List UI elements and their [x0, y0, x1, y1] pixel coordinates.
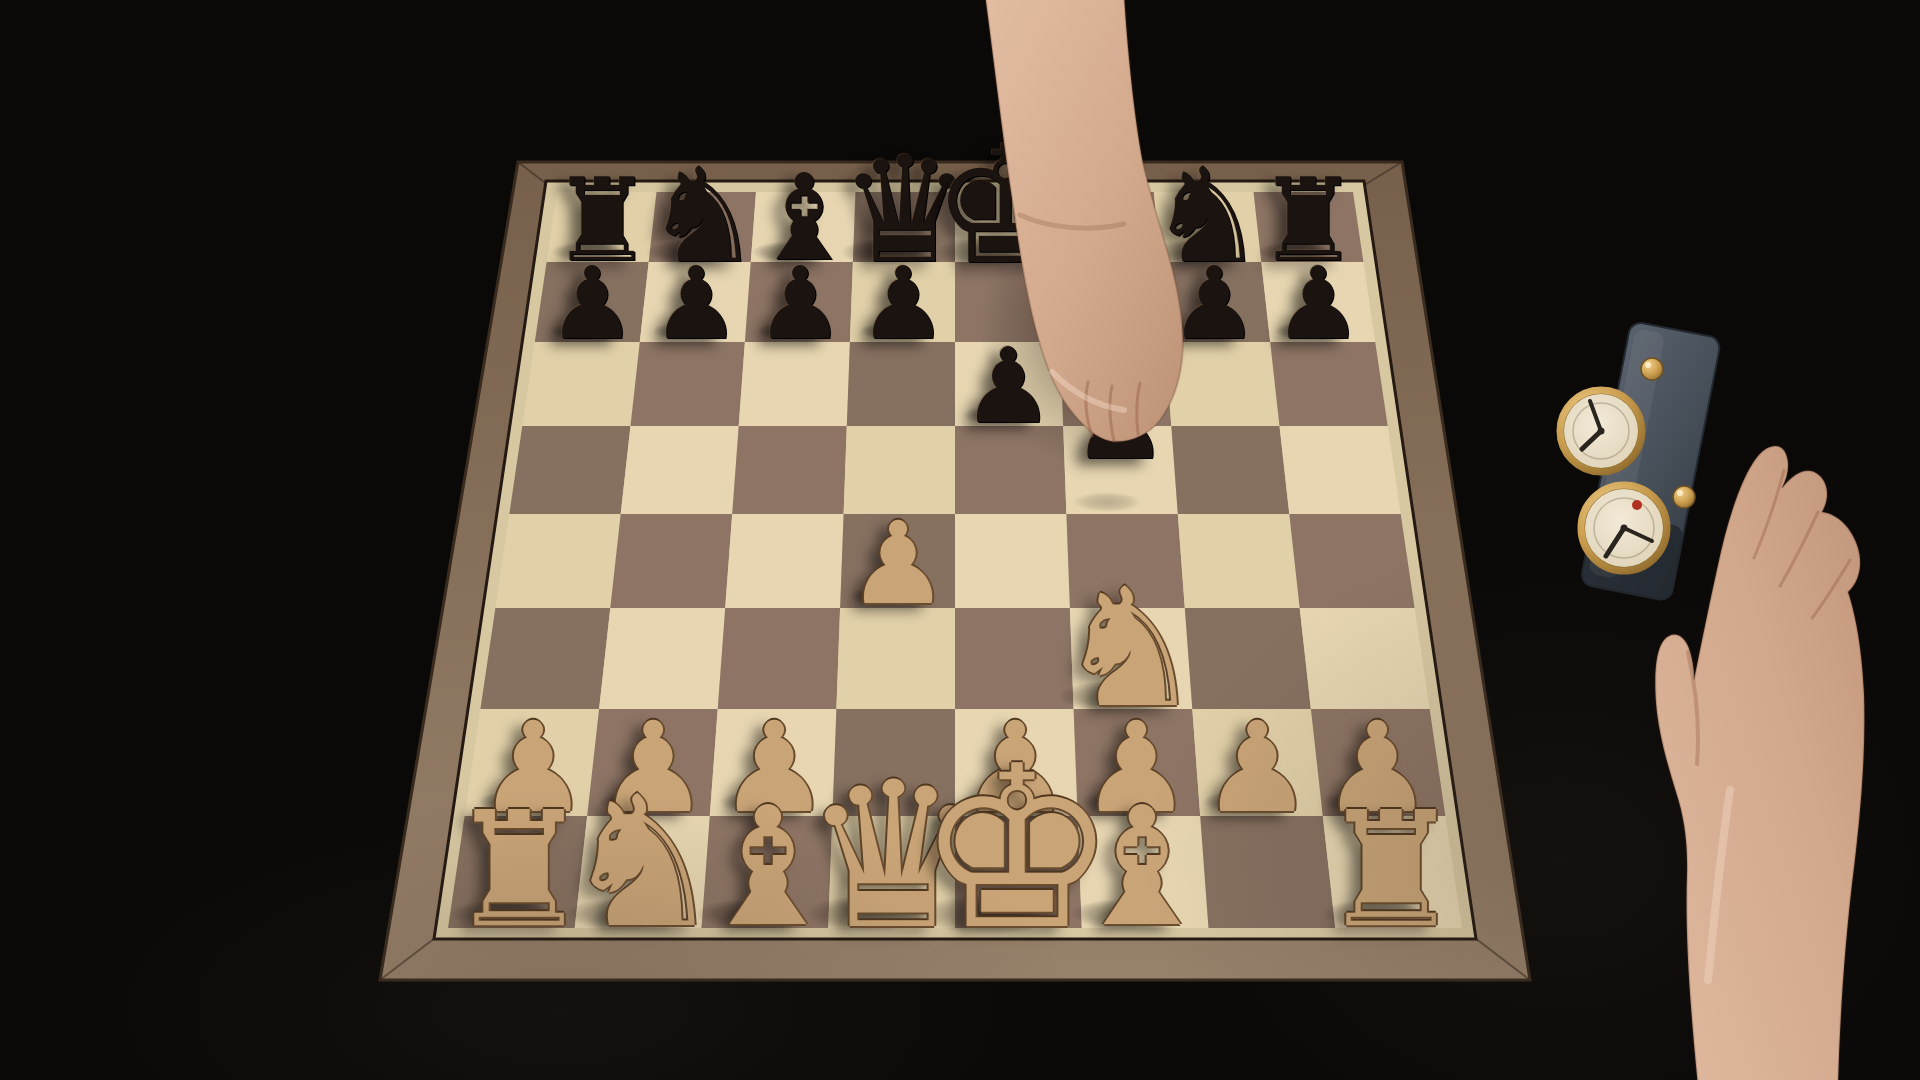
scene: ♜♞♝♛♚♝♞♜♟♟♟♟♟♟♟♟♟♞♟♟♟♟♟♟♟♜♞♝♛♚♝♜	[0, 0, 1920, 1080]
moving-hand-arm	[985, 0, 1183, 442]
overlay-layer	[0, 0, 1920, 1080]
moving-hand-silhouette	[985, 0, 1183, 442]
clock-dial-top	[1557, 387, 1645, 475]
clock-flag	[1632, 500, 1642, 510]
clock-button-top	[1641, 358, 1663, 380]
floor-glow-left	[40, 790, 1080, 1080]
clock-button-bottom	[1673, 486, 1695, 508]
clock-dial-bottom	[1578, 482, 1670, 574]
